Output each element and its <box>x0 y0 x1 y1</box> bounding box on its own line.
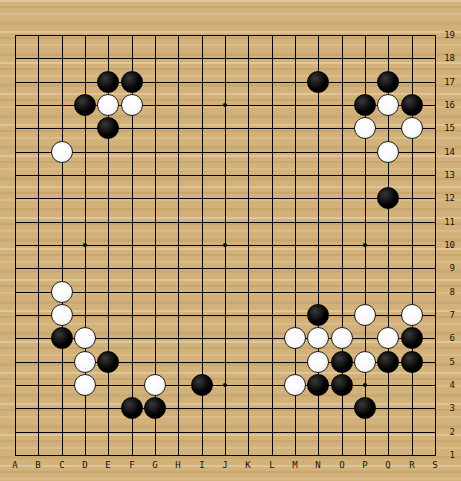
star-point <box>223 243 227 247</box>
grid-line <box>15 455 436 456</box>
column-label: K <box>239 459 257 471</box>
black-stone <box>97 351 119 373</box>
star-point <box>363 383 367 387</box>
row-label: 16 <box>434 99 455 111</box>
column-label: J <box>216 459 234 471</box>
white-stone <box>284 327 306 349</box>
column-label: M <box>286 459 304 471</box>
black-stone <box>377 351 399 373</box>
white-stone <box>74 374 96 396</box>
row-label: 8 <box>434 286 455 298</box>
black-stone <box>144 397 166 419</box>
white-stone <box>377 94 399 116</box>
white-stone <box>307 351 329 373</box>
row-label: 13 <box>434 169 455 181</box>
row-label: 10 <box>434 239 455 251</box>
black-stone <box>74 94 96 116</box>
black-stone <box>401 94 423 116</box>
black-stone <box>377 187 399 209</box>
black-stone <box>121 397 143 419</box>
column-label: E <box>99 459 117 471</box>
grid-line <box>248 35 249 456</box>
black-stone <box>354 94 376 116</box>
column-label: H <box>169 459 187 471</box>
white-stone <box>121 94 143 116</box>
white-stone <box>74 351 96 373</box>
column-label: D <box>76 459 94 471</box>
column-label: B <box>29 459 47 471</box>
row-label: 11 <box>434 216 455 228</box>
black-stone <box>401 351 423 373</box>
black-stone <box>307 304 329 326</box>
column-label: L <box>263 459 281 471</box>
white-stone <box>354 351 376 373</box>
row-label: 7 <box>434 309 455 321</box>
column-label: I <box>193 459 211 471</box>
grid-line <box>15 268 436 269</box>
black-stone <box>401 327 423 349</box>
black-stone <box>377 71 399 93</box>
row-label: 9 <box>434 262 455 274</box>
column-label: Q <box>379 459 397 471</box>
grid-line <box>15 292 436 293</box>
black-stone <box>191 374 213 396</box>
white-stone <box>401 117 423 139</box>
black-stone <box>97 71 119 93</box>
row-label: 1 <box>434 449 455 461</box>
black-stone <box>307 71 329 93</box>
black-stone <box>121 71 143 93</box>
row-label: 3 <box>434 402 455 414</box>
white-stone <box>144 374 166 396</box>
grid-line <box>272 35 273 456</box>
white-stone <box>51 281 73 303</box>
row-label: 19 <box>434 29 455 41</box>
white-stone <box>354 117 376 139</box>
row-label: 2 <box>434 426 455 438</box>
row-label: 5 <box>434 356 455 368</box>
row-label: 15 <box>434 122 455 134</box>
black-stone <box>331 351 353 373</box>
column-label: G <box>146 459 164 471</box>
row-label: 14 <box>434 146 455 158</box>
black-stone <box>331 374 353 396</box>
white-stone <box>97 94 119 116</box>
column-label: P <box>356 459 374 471</box>
star-point <box>363 243 367 247</box>
white-stone <box>307 327 329 349</box>
row-label: 17 <box>434 76 455 88</box>
row-label: 12 <box>434 192 455 204</box>
white-stone <box>74 327 96 349</box>
black-stone <box>97 117 119 139</box>
white-stone <box>51 141 73 163</box>
column-label: F <box>123 459 141 471</box>
star-point <box>223 383 227 387</box>
white-stone <box>377 327 399 349</box>
grid-line <box>15 432 436 433</box>
black-stone <box>307 374 329 396</box>
column-label: O <box>333 459 351 471</box>
row-label: 4 <box>434 379 455 391</box>
white-stone <box>284 374 306 396</box>
column-label: R <box>403 459 421 471</box>
star-point <box>223 103 227 107</box>
white-stone <box>354 304 376 326</box>
white-stone <box>401 304 423 326</box>
column-label: N <box>309 459 327 471</box>
row-label: 6 <box>434 332 455 344</box>
column-label: A <box>6 459 24 471</box>
row-label: 18 <box>434 52 455 64</box>
white-stone <box>331 327 353 349</box>
black-stone <box>51 327 73 349</box>
star-point <box>83 243 87 247</box>
white-stone <box>51 304 73 326</box>
go-board[interactable] <box>0 0 461 481</box>
goban-diagram: ABCDEFGHIJKLMNOPQRS 19181716151413121110… <box>0 0 461 481</box>
black-stone <box>354 397 376 419</box>
column-label: C <box>53 459 71 471</box>
white-stone <box>377 141 399 163</box>
